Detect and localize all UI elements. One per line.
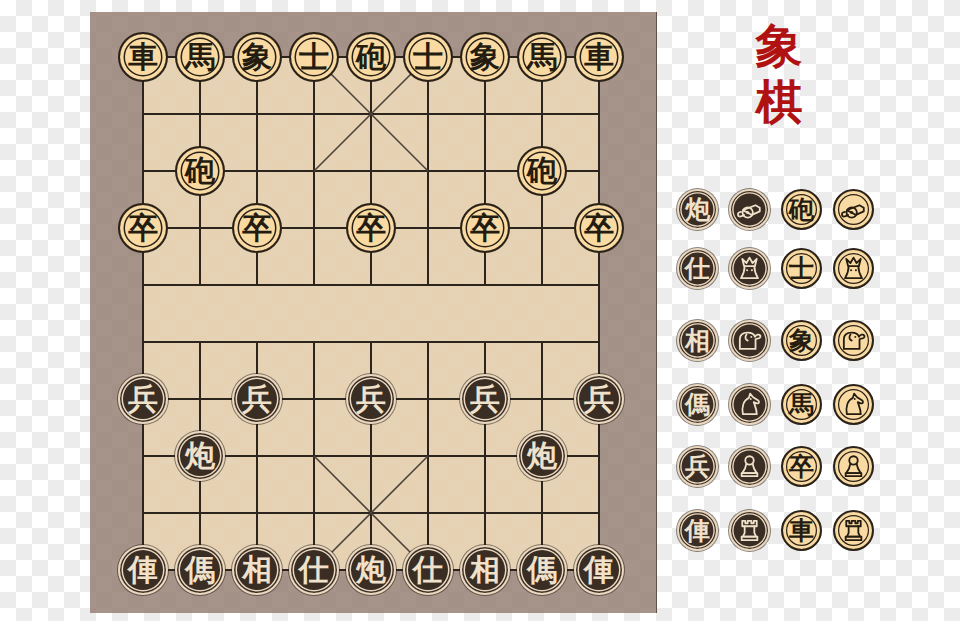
board-point [514,485,571,542]
board-point [571,257,628,314]
piece-light[interactable]: 馬 [517,32,567,82]
legend-row-chariot: 俥車 [677,510,874,551]
board-point [457,485,514,542]
board-point: 仕 [400,542,457,599]
board-point [172,200,229,257]
board-point [457,86,514,143]
board-point: 馬 [514,29,571,86]
board-point [343,314,400,371]
title-char-xiang: 象 [752,18,806,74]
board-point: 卒 [343,200,400,257]
board-point [172,485,229,542]
piece-light[interactable]: 卒 [118,203,168,253]
elephant-icon [729,320,770,361]
board-point: 馬 [172,29,229,86]
board-point [172,314,229,371]
legend-light-char: 砲 [781,189,822,230]
piece-dark[interactable]: 炮 [517,431,567,481]
legend-row-elephant: 相象 [677,320,874,361]
legend-dark-char: 仕 [677,248,718,289]
board-point: 砲 [172,143,229,200]
board-point [229,428,286,485]
piece-light[interactable]: 砲 [175,146,225,196]
piece-dark[interactable]: 俥 [574,545,624,595]
board-point [571,143,628,200]
piece-dark[interactable]: 傌 [175,545,225,595]
piece-light[interactable]: 卒 [346,203,396,253]
board-point [229,257,286,314]
board-point [571,314,628,371]
piece-layer: 車馬象士砲士象馬車砲砲卒卒卒卒卒兵兵兵兵兵炮炮俥傌相仕炮仕相傌俥 [115,29,628,599]
piece-dark[interactable]: 兵 [460,374,510,424]
legend-row-advisor: 仕士 [677,248,874,289]
piece-light[interactable]: 砲 [517,146,567,196]
legend-dark-char: 傌 [677,384,718,425]
piece-dark[interactable]: 兵 [346,374,396,424]
board-point [400,143,457,200]
board-point: 傌 [172,542,229,599]
horse-icon [729,384,770,425]
board-point [571,428,628,485]
xiangqi-board: 車馬象士砲士象馬車砲砲卒卒卒卒卒兵兵兵兵兵炮炮俥傌相仕炮仕相傌俥 [90,12,657,613]
board-point [400,371,457,428]
legend-light-char: 車 [781,510,822,551]
board-point [286,200,343,257]
board-point [457,257,514,314]
legend-row-cannon: 炮砲 [677,189,874,230]
legend-dark-char: 相 [677,320,718,361]
board-point: 兵 [571,371,628,428]
legend-light-char: 卒 [781,446,822,487]
board-point [115,485,172,542]
board-point [514,257,571,314]
cannon-icon [729,189,770,230]
board-point: 兵 [229,371,286,428]
board-point: 砲 [343,29,400,86]
board-point [172,257,229,314]
piece-dark[interactable]: 兵 [118,374,168,424]
legend-light-char: 象 [781,320,822,361]
board-point: 相 [229,542,286,599]
board-point [457,143,514,200]
board-point [400,86,457,143]
board-point: 仕 [286,542,343,599]
piece-dark[interactable]: 仕 [289,545,339,595]
board-point: 車 [571,29,628,86]
legend-row-soldier: 兵卒 [677,446,874,487]
board-point [286,428,343,485]
board-point: 士 [400,29,457,86]
board-point: 卒 [571,200,628,257]
board-point [400,428,457,485]
board-point [115,314,172,371]
board-point [343,257,400,314]
board-point [286,371,343,428]
board-point: 士 [286,29,343,86]
title-char-qi: 棋 [752,74,806,130]
board-point [172,371,229,428]
board-point: 象 [457,29,514,86]
rook-icon [729,510,770,551]
board-point [571,86,628,143]
board-point: 兵 [115,371,172,428]
board-point [514,200,571,257]
piece-light[interactable]: 士 [289,32,339,82]
board-point: 炮 [172,428,229,485]
piece-light[interactable]: 士 [403,32,453,82]
board-point [115,257,172,314]
piece-dark[interactable]: 相 [232,545,282,595]
piece-light[interactable]: 卒 [460,203,510,253]
advisor-icon [833,248,874,289]
board-point: 炮 [514,428,571,485]
piece-light[interactable]: 卒 [232,203,282,253]
board-point: 兵 [343,371,400,428]
board-point [286,86,343,143]
piece-light[interactable]: 車 [118,32,168,82]
piece-dark[interactable]: 傌 [517,545,567,595]
pawn-icon [833,446,874,487]
board-point [343,485,400,542]
board-point: 相 [457,542,514,599]
pawn-icon [729,446,770,487]
legend-dark-char: 兵 [677,446,718,487]
xiangqi-diagram: 車馬象士砲士象馬車砲砲卒卒卒卒卒兵兵兵兵兵炮炮俥傌相仕炮仕相傌俥 象 棋 炮砲仕… [0,0,960,621]
legend-light-char: 馬 [781,384,822,425]
piece-dark[interactable]: 仕 [403,545,453,595]
board-point [400,200,457,257]
board-point [571,485,628,542]
board-point [229,314,286,371]
board-point: 炮 [343,542,400,599]
piece-dark[interactable]: 炮 [346,545,396,595]
legend-light-char: 士 [781,248,822,289]
board-point [115,143,172,200]
board-point: 俥 [115,542,172,599]
rook-icon [833,510,874,551]
board-point [286,485,343,542]
board-point: 車 [115,29,172,86]
board-point [457,428,514,485]
board-point [229,86,286,143]
piece-light[interactable]: 馬 [175,32,225,82]
board-point [343,143,400,200]
board-point [400,257,457,314]
legend-dark-char: 炮 [677,189,718,230]
piece-light[interactable]: 卒 [574,203,624,253]
board-point [286,257,343,314]
legend-row-horse: 傌馬 [677,384,874,425]
piece-dark[interactable]: 俥 [118,545,168,595]
board-point [115,86,172,143]
board-point [343,86,400,143]
board-point: 象 [229,29,286,86]
legend-dark-char: 俥 [677,510,718,551]
board-point [514,371,571,428]
board-point: 卒 [229,200,286,257]
piece-light[interactable]: 象 [460,32,510,82]
board-point: 卒 [115,200,172,257]
board-point [343,428,400,485]
board-point [400,314,457,371]
board-point [229,485,286,542]
board-point [115,428,172,485]
board-point [457,314,514,371]
piece-light[interactable]: 象 [232,32,282,82]
horse-icon [833,384,874,425]
board-point [400,485,457,542]
cannon-icon [833,189,874,230]
piece-dark[interactable]: 炮 [175,431,225,481]
elephant-icon [833,320,874,361]
board-point [286,314,343,371]
piece-light[interactable]: 砲 [346,32,396,82]
piece-dark[interactable]: 兵 [574,374,624,424]
board-point: 砲 [514,143,571,200]
piece-dark[interactable]: 相 [460,545,510,595]
board-point [286,143,343,200]
advisor-icon [729,248,770,289]
piece-dark[interactable]: 兵 [232,374,282,424]
board-point: 俥 [571,542,628,599]
board-point: 兵 [457,371,514,428]
board-point [514,314,571,371]
board-point [229,143,286,200]
page-title: 象 棋 [752,18,806,130]
board-point: 卒 [457,200,514,257]
board-point [514,86,571,143]
board-point: 傌 [514,542,571,599]
board-point [172,86,229,143]
piece-light[interactable]: 車 [574,32,624,82]
